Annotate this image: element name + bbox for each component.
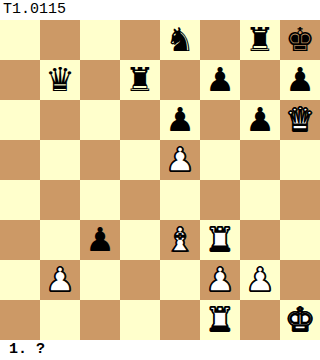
square-a7[interactable]	[0, 60, 40, 100]
white-pawn: ♟	[45, 260, 75, 300]
square-a4[interactable]	[0, 180, 40, 220]
square-a3[interactable]	[0, 220, 40, 260]
square-c4[interactable]	[80, 180, 120, 220]
square-a8[interactable]	[0, 20, 40, 60]
square-b2[interactable]: ♟	[40, 260, 80, 300]
square-g5[interactable]	[240, 140, 280, 180]
square-e4[interactable]	[160, 180, 200, 220]
square-f7[interactable]: ♟	[200, 60, 240, 100]
white-king: ♚	[285, 300, 315, 340]
black-rook: ♜	[245, 20, 275, 60]
black-pawn: ♟	[205, 60, 235, 100]
square-g4[interactable]	[240, 180, 280, 220]
white-pawn: ♟	[165, 140, 195, 180]
square-h2[interactable]	[280, 260, 320, 300]
square-b7[interactable]: ♛	[40, 60, 80, 100]
black-queen: ♛	[45, 60, 75, 100]
chess-puzzle-page: T1.0115 ♞♜♚♛♜♟♟♟♟♛♟♟♝♜♟♟♟♜♚ 1. ?	[0, 0, 320, 360]
square-h8[interactable]: ♚	[280, 20, 320, 60]
square-d1[interactable]	[120, 300, 160, 340]
square-g6[interactable]: ♟	[240, 100, 280, 140]
square-c1[interactable]	[80, 300, 120, 340]
black-pawn: ♟	[285, 60, 315, 100]
square-h3[interactable]	[280, 220, 320, 260]
square-a6[interactable]	[0, 100, 40, 140]
square-e1[interactable]	[160, 300, 200, 340]
white-pawn: ♟	[245, 260, 275, 300]
white-rook: ♜	[205, 300, 235, 340]
square-f2[interactable]: ♟	[200, 260, 240, 300]
square-h6[interactable]: ♛	[280, 100, 320, 140]
square-d3[interactable]	[120, 220, 160, 260]
square-d6[interactable]	[120, 100, 160, 140]
square-h4[interactable]	[280, 180, 320, 220]
square-e2[interactable]	[160, 260, 200, 300]
black-pawn: ♟	[245, 100, 275, 140]
square-c5[interactable]	[80, 140, 120, 180]
square-e5[interactable]: ♟	[160, 140, 200, 180]
black-rook: ♜	[125, 60, 155, 100]
square-a2[interactable]	[0, 260, 40, 300]
black-king: ♚	[285, 20, 315, 60]
move-prompt: 1. ?	[0, 340, 320, 360]
square-a1[interactable]	[0, 300, 40, 340]
square-f1[interactable]: ♜	[200, 300, 240, 340]
square-f6[interactable]	[200, 100, 240, 140]
square-d2[interactable]	[120, 260, 160, 300]
square-c8[interactable]	[80, 20, 120, 60]
square-e3[interactable]: ♝	[160, 220, 200, 260]
square-c3[interactable]: ♟	[80, 220, 120, 260]
square-g8[interactable]: ♜	[240, 20, 280, 60]
square-h1[interactable]: ♚	[280, 300, 320, 340]
square-e7[interactable]	[160, 60, 200, 100]
white-pawn: ♟	[205, 260, 235, 300]
square-a5[interactable]	[0, 140, 40, 180]
square-f8[interactable]	[200, 20, 240, 60]
square-b5[interactable]	[40, 140, 80, 180]
square-g1[interactable]	[240, 300, 280, 340]
square-d5[interactable]	[120, 140, 160, 180]
square-e8[interactable]: ♞	[160, 20, 200, 60]
square-e6[interactable]: ♟	[160, 100, 200, 140]
square-d4[interactable]	[120, 180, 160, 220]
square-g3[interactable]	[240, 220, 280, 260]
square-f3[interactable]: ♜	[200, 220, 240, 260]
black-pawn: ♟	[165, 100, 195, 140]
square-b1[interactable]	[40, 300, 80, 340]
black-knight: ♞	[165, 20, 195, 60]
black-pawn: ♟	[85, 220, 115, 260]
square-b3[interactable]	[40, 220, 80, 260]
chess-board: ♞♜♚♛♜♟♟♟♟♛♟♟♝♜♟♟♟♜♚	[0, 20, 320, 340]
square-g2[interactable]: ♟	[240, 260, 280, 300]
square-c6[interactable]	[80, 100, 120, 140]
square-b4[interactable]	[40, 180, 80, 220]
white-rook: ♜	[205, 220, 235, 260]
square-d8[interactable]	[120, 20, 160, 60]
square-f5[interactable]	[200, 140, 240, 180]
square-b8[interactable]	[40, 20, 80, 60]
square-f4[interactable]	[200, 180, 240, 220]
white-queen: ♛	[285, 100, 315, 140]
puzzle-id: T1.0115	[0, 0, 320, 20]
square-h7[interactable]: ♟	[280, 60, 320, 100]
square-c7[interactable]	[80, 60, 120, 100]
square-b6[interactable]	[40, 100, 80, 140]
square-g7[interactable]	[240, 60, 280, 100]
white-bishop: ♝	[165, 220, 195, 260]
square-d7[interactable]: ♜	[120, 60, 160, 100]
square-c2[interactable]	[80, 260, 120, 300]
square-h5[interactable]	[280, 140, 320, 180]
